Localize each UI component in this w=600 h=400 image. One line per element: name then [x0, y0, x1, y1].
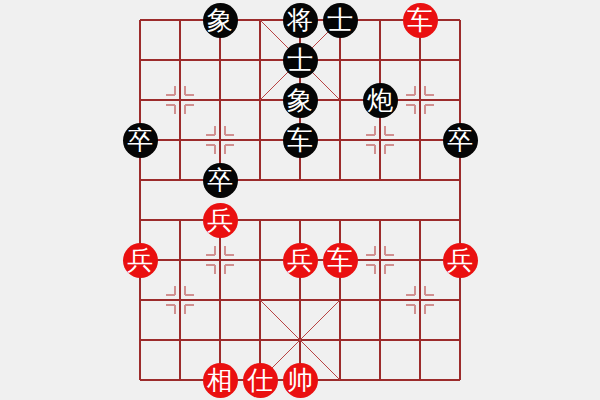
piece-black-advisor[interactable]: 士	[323, 3, 358, 38]
piece-red-chariot[interactable]: 车	[403, 3, 438, 38]
piece-red-pawn[interactable]: 兵	[443, 243, 478, 278]
piece-red-advisor[interactable]: 仕	[243, 363, 278, 398]
piece-black-pawn[interactable]: 卒	[123, 123, 158, 158]
piece-black-elephant[interactable]: 象	[203, 3, 238, 38]
piece-red-pawn[interactable]: 兵	[203, 203, 238, 238]
piece-red-chariot[interactable]: 车	[323, 243, 358, 278]
pieces-layer: 象将士车士象炮卒车卒卒兵兵兵车兵相仕帅	[120, 0, 480, 400]
piece-black-chariot[interactable]: 车	[283, 123, 318, 158]
piece-black-cannon[interactable]: 炮	[363, 83, 398, 118]
xiangqi-board[interactable]: 象将士车士象炮卒车卒卒兵兵兵车兵相仕帅	[0, 0, 600, 400]
piece-black-pawn[interactable]: 卒	[203, 163, 238, 198]
piece-black-pawn[interactable]: 卒	[443, 123, 478, 158]
piece-red-general[interactable]: 帅	[283, 363, 318, 398]
piece-black-advisor[interactable]: 士	[283, 43, 318, 78]
piece-black-general[interactable]: 将	[283, 3, 318, 38]
piece-red-elephant[interactable]: 相	[203, 363, 238, 398]
piece-black-elephant[interactable]: 象	[283, 83, 318, 118]
piece-red-pawn[interactable]: 兵	[283, 243, 318, 278]
piece-red-pawn[interactable]: 兵	[123, 243, 158, 278]
